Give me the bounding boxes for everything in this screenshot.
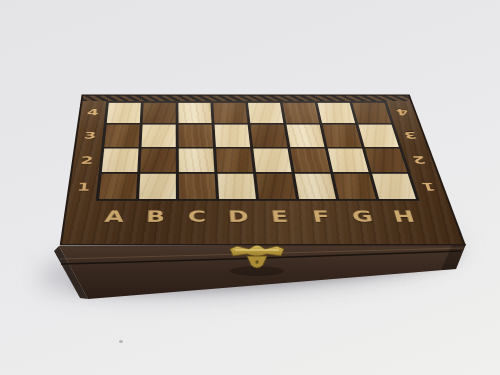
square-b3 (142, 125, 176, 147)
rank-label-left-4: 4 (79, 101, 106, 123)
square-g1 (333, 174, 376, 199)
square-f4 (283, 103, 320, 123)
square-e4 (248, 103, 283, 123)
chess-box: ABCDEFGH 43214321 (57, 32, 450, 292)
square-f2 (290, 148, 329, 172)
square-g2 (328, 148, 369, 172)
square-e2 (253, 148, 291, 172)
board-grid: ABCDEFGH 43214321 (60, 95, 466, 246)
square-f1 (295, 174, 336, 199)
square-f3 (286, 125, 324, 147)
square-c3 (179, 125, 213, 147)
square-d3 (215, 125, 251, 147)
square-a4 (107, 103, 141, 123)
square-g4 (317, 103, 355, 123)
square-e1 (256, 174, 296, 199)
square-b2 (140, 148, 175, 172)
rank-label-left-3: 3 (76, 124, 104, 148)
square-e3 (250, 125, 287, 147)
square-c1 (179, 174, 216, 199)
square-h1 (372, 174, 416, 199)
square-b4 (143, 103, 176, 123)
square-d4 (213, 103, 247, 123)
square-c4 (178, 103, 211, 123)
square-d2 (216, 148, 253, 172)
square-a2 (102, 148, 139, 172)
square-b1 (139, 174, 176, 199)
square-h2 (365, 148, 407, 172)
square-h3 (358, 125, 398, 147)
square-h4 (352, 103, 391, 123)
surface-speck (119, 340, 123, 343)
file-label-b: B (134, 201, 177, 244)
rank-label-left-2: 2 (72, 147, 101, 173)
square-c2 (179, 148, 215, 172)
file-label-d: D (217, 201, 262, 244)
photo-scene: ABCDEFGH 43214321 (0, 0, 500, 375)
square-d1 (218, 174, 256, 199)
file-label-a: A (91, 201, 136, 244)
file-labels-row: ABCDEFGH (91, 201, 434, 244)
square-a1 (99, 174, 137, 199)
square-g3 (322, 125, 361, 147)
file-label-c: C (177, 201, 220, 244)
square-a3 (104, 125, 139, 147)
squares (96, 101, 420, 201)
rank-label-left-1: 1 (68, 173, 98, 201)
